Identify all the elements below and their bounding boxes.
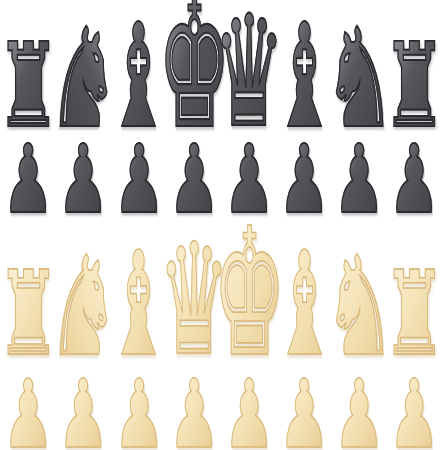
white-pawn-icon: ♟ xyxy=(278,366,330,450)
white-pawn: ♟ xyxy=(277,358,332,450)
white-king: ♚ xyxy=(222,215,277,358)
black-pawn-icon: ♟ xyxy=(3,131,55,226)
white-pawn-icon: ♟ xyxy=(333,366,385,450)
black-pawn: ♟ xyxy=(56,130,111,215)
black-majors-row: ♜♞♝♚♛♝♞♜ xyxy=(0,0,443,130)
black-pawn-icon: ♟ xyxy=(389,131,441,226)
white-pawn: ♟ xyxy=(111,358,166,450)
black-knight: ♞ xyxy=(332,0,387,130)
white-pawn-icon: ♟ xyxy=(168,366,220,450)
black-queen: ♛ xyxy=(222,0,277,130)
black-pawn: ♟ xyxy=(1,130,56,215)
white-rook-icon: ♜ xyxy=(382,255,443,372)
white-pawn: ♟ xyxy=(222,358,277,450)
white-pawn: ♟ xyxy=(166,358,221,450)
white-majors-row: ♜♞♝♛♚♝♞♜ xyxy=(0,215,443,358)
white-pawn-icon: ♟ xyxy=(58,366,110,450)
black-pawn: ♟ xyxy=(111,130,166,215)
black-pawn-icon: ♟ xyxy=(58,131,110,226)
white-pawn-icon: ♟ xyxy=(389,366,441,450)
white-pawn-icon: ♟ xyxy=(3,366,55,450)
white-pawn: ♟ xyxy=(56,358,111,450)
white-knight: ♞ xyxy=(332,215,387,358)
black-knight: ♞ xyxy=(56,0,111,130)
white-pawn-icon: ♟ xyxy=(223,366,275,450)
black-rook: ♜ xyxy=(387,0,442,130)
white-pawn-icon: ♟ xyxy=(113,366,165,450)
black-pawn: ♟ xyxy=(387,130,442,215)
black-pawn-icon: ♟ xyxy=(113,131,165,226)
black-pawn-icon: ♟ xyxy=(333,131,385,226)
white-pawn: ♟ xyxy=(1,358,56,450)
white-pawn: ♟ xyxy=(387,358,442,450)
black-pawn: ♟ xyxy=(332,130,387,215)
white-pawn: ♟ xyxy=(332,358,387,450)
white-knight: ♞ xyxy=(56,215,111,358)
chess-piece-set: ♜♞♝♚♛♝♞♜♟♟♟♟♟♟♟♟♜♞♝♛♚♝♞♜♟♟♟♟♟♟♟♟ xyxy=(0,0,443,450)
